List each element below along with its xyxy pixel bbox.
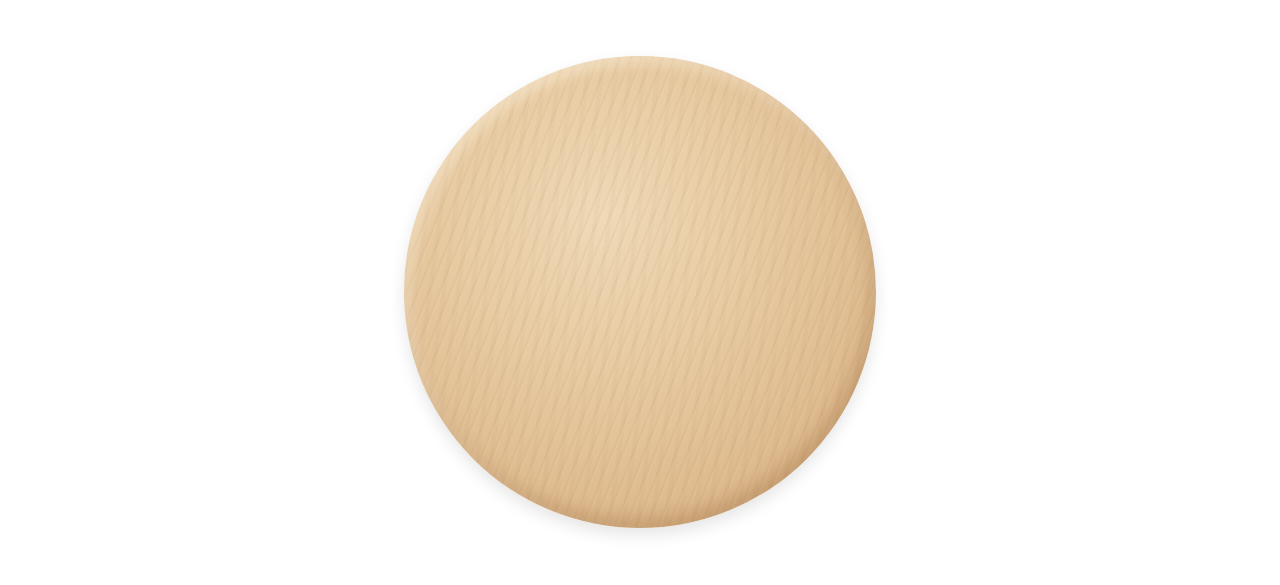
- page-background: [0, 0, 1280, 585]
- board-grid: [446, 62, 834, 521]
- chinese-checkers-board: [404, 56, 876, 528]
